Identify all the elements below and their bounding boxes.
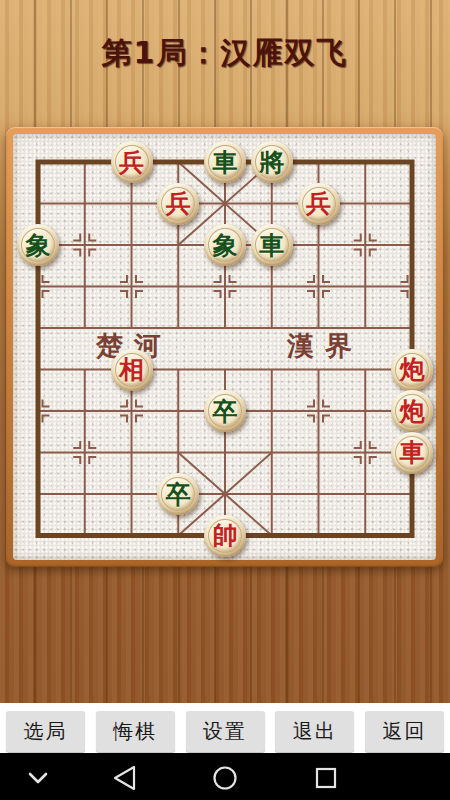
piece-glyph: 相 <box>119 357 144 382</box>
piece-glyph: 車 <box>259 233 284 258</box>
board-frame: 楚河 漢界 兵車將兵兵象象車相炮卒炮車卒帥 <box>6 127 443 567</box>
recents-icon[interactable] <box>317 769 335 787</box>
chevron-down-icon[interactable] <box>30 774 46 782</box>
piece-red-cannon[interactable]: 炮 <box>391 390 433 432</box>
android-navbar <box>0 753 450 800</box>
piece-glyph: 兵 <box>306 191 331 216</box>
back-icon[interactable] <box>115 767 134 789</box>
piece-black-chariot[interactable]: 車 <box>251 224 293 266</box>
piece-red-soldier[interactable]: 兵 <box>111 141 153 183</box>
piece-black-elephant[interactable]: 象 <box>17 224 59 266</box>
piece-red-soldier[interactable]: 兵 <box>298 183 340 225</box>
home-icon[interactable] <box>215 768 236 789</box>
piece-glyph: 炮 <box>400 399 425 424</box>
xiangqi-app-screen: 第1局：汉雁双飞 楚河 漢界 兵車將兵兵象象車相炮卒炮車卒帥 选局悔棋设置退出返… <box>0 0 450 800</box>
piece-black-chariot[interactable]: 車 <box>204 141 246 183</box>
piece-glyph: 兵 <box>166 191 191 216</box>
settings-button[interactable]: 设置 <box>186 711 265 752</box>
piece-black-general[interactable]: 將 <box>251 141 293 183</box>
piece-glyph: 象 <box>26 233 51 258</box>
piece-glyph: 車 <box>213 150 238 175</box>
toolbar: 选局悔棋设置退出返回 <box>0 703 450 753</box>
piece-glyph: 卒 <box>213 399 238 424</box>
piece-black-soldier[interactable]: 卒 <box>204 390 246 432</box>
xiangqi-board[interactable]: 楚河 漢界 兵車將兵兵象象車相炮卒炮車卒帥 <box>13 134 436 560</box>
piece-black-elephant[interactable]: 象 <box>204 224 246 266</box>
piece-red-cannon[interactable]: 炮 <box>391 349 433 391</box>
piece-glyph: 象 <box>213 233 238 258</box>
piece-red-general[interactable]: 帥 <box>204 515 246 557</box>
piece-red-soldier[interactable]: 兵 <box>157 183 199 225</box>
undo-move-button[interactable]: 悔棋 <box>96 711 175 752</box>
exit-button[interactable]: 退出 <box>275 711 354 752</box>
page-title: 第1局：汉雁双飞 <box>0 33 450 74</box>
piece-glyph: 帥 <box>213 523 238 548</box>
piece-glyph: 車 <box>400 440 425 465</box>
piece-glyph: 炮 <box>400 357 425 382</box>
piece-glyph: 兵 <box>119 150 144 175</box>
piece-red-elephant[interactable]: 相 <box>111 349 153 391</box>
back-button[interactable]: 返回 <box>365 711 444 752</box>
piece-glyph: 將 <box>259 150 284 175</box>
select-game-button[interactable]: 选局 <box>6 711 85 752</box>
piece-glyph: 卒 <box>166 482 191 507</box>
piece-black-soldier[interactable]: 卒 <box>157 473 199 515</box>
piece-red-chariot[interactable]: 車 <box>391 432 433 474</box>
pieces-layer: 兵車將兵兵象象車相炮卒炮車卒帥 <box>13 134 436 560</box>
